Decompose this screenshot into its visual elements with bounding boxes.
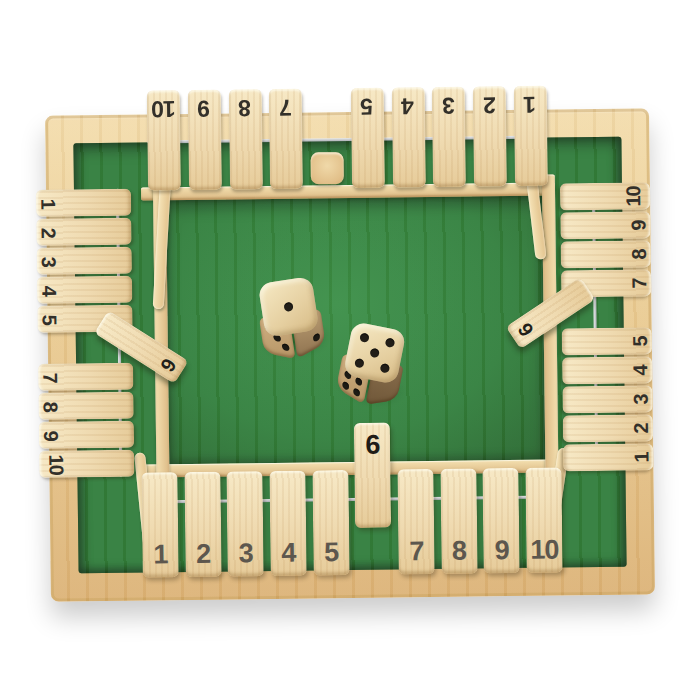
- product-photo-scene: 1098754321 12345678910 10987654321 12345…: [0, 0, 700, 700]
- tile-number: 9: [628, 220, 648, 230]
- tile-number: 8: [452, 538, 466, 565]
- die-1-top-face: [258, 276, 320, 338]
- tile-number: 4: [630, 365, 650, 375]
- shut-the-box-board: 1098754321 12345678910 10987654321 12345…: [45, 108, 655, 601]
- tile-south-9-open[interactable]: 9: [483, 468, 520, 573]
- tile-number: 1: [631, 452, 651, 462]
- tile-east-8-open[interactable]: 8: [561, 240, 651, 268]
- tile-number: 8: [629, 249, 649, 259]
- tile-number: 2: [484, 93, 496, 116]
- tile-west-4-open[interactable]: 4: [37, 276, 132, 304]
- tile-north-9-open[interactable]: 9: [188, 90, 222, 190]
- die-pip: [380, 363, 391, 374]
- tile-north-7-open[interactable]: 7: [269, 89, 303, 189]
- die-pip: [283, 302, 293, 312]
- tile-south-5-open[interactable]: 5: [312, 470, 349, 575]
- tile-south-7-open[interactable]: 7: [397, 469, 434, 574]
- tile-number: 5: [630, 336, 650, 346]
- tile-number: 6: [514, 320, 536, 340]
- tile-north-2-open[interactable]: 2: [473, 86, 507, 186]
- tile-row-east: 10987654321: [560, 182, 658, 471]
- die-2[interactable]: [333, 320, 411, 411]
- tile-number: 2: [631, 423, 651, 433]
- die-pip: [354, 358, 365, 369]
- tile-row-south: 12345678910: [141, 467, 562, 578]
- tile-north-3-open[interactable]: 3: [432, 87, 466, 187]
- die-pip: [282, 344, 290, 352]
- tile-west-1-open[interactable]: 1: [36, 189, 131, 217]
- tile-east-2-open[interactable]: 2: [563, 414, 653, 442]
- tile-south-2-open[interactable]: 2: [184, 472, 221, 577]
- tile-number: 7: [629, 278, 649, 288]
- die-pip: [353, 387, 361, 398]
- tile-number: 7: [40, 372, 60, 382]
- tile-number: 3: [239, 540, 253, 567]
- tile-number: 6: [158, 355, 180, 374]
- tile-number: 6: [365, 432, 379, 459]
- tile-number: 8: [239, 96, 251, 119]
- tile-north-1-open[interactable]: 1: [514, 86, 548, 186]
- tile-number: 4: [39, 285, 59, 295]
- die-pip: [313, 332, 321, 342]
- tile-north-4-open[interactable]: 4: [391, 87, 425, 187]
- tile-south-10-open[interactable]: 10: [525, 467, 562, 572]
- tile-north-10-open[interactable]: 10: [147, 90, 181, 190]
- die-1[interactable]: [253, 275, 328, 364]
- tile-south-1-open[interactable]: 1: [141, 472, 178, 577]
- tile-east-5-open[interactable]: 5: [562, 327, 652, 355]
- tile-number: 7: [280, 96, 292, 119]
- tile-number: 1: [38, 198, 58, 208]
- tile-number: 3: [39, 256, 59, 266]
- tile-west-2-open[interactable]: 2: [36, 218, 131, 246]
- tile-south-8-open[interactable]: 8: [440, 468, 477, 573]
- tile-number: 3: [630, 394, 650, 404]
- tile-east-3-open[interactable]: 3: [562, 385, 652, 413]
- tile-west-9-open[interactable]: 9: [39, 421, 134, 449]
- tile-number: 10: [152, 97, 176, 120]
- tile-number: 10: [623, 186, 643, 206]
- tile-north-6-shut[interactable]: [311, 152, 344, 184]
- die-pip: [342, 380, 350, 391]
- tile-number: 2: [38, 227, 58, 237]
- tile-number: 9: [41, 430, 61, 440]
- tile-east-1-open[interactable]: 1: [563, 443, 653, 471]
- tile-east-10-open[interactable]: 10: [560, 182, 650, 210]
- tile-number: 5: [361, 95, 373, 118]
- tile-number: 5: [324, 539, 338, 566]
- tile-west-3-open[interactable]: 3: [37, 247, 132, 275]
- die-pip: [359, 332, 370, 343]
- tile-south-3-open[interactable]: 3: [227, 471, 264, 576]
- tile-number: 7: [409, 538, 423, 565]
- die-2-top-face: [343, 321, 407, 385]
- tile-number: 10: [46, 454, 66, 474]
- tile-north-8-open[interactable]: 8: [228, 89, 262, 189]
- tile-row-west: 12345678910: [36, 189, 140, 478]
- tile-number: 1: [524, 93, 536, 116]
- tile-number: 9: [494, 537, 508, 564]
- tile-row-north: 1098754321: [147, 86, 548, 193]
- die-pip: [369, 348, 380, 359]
- tile-east-9-open[interactable]: 9: [560, 211, 650, 239]
- tile-number: 2: [196, 541, 210, 568]
- tile-number: 5: [40, 314, 60, 324]
- tile-north-5-open[interactable]: 5: [351, 88, 385, 188]
- tile-number: 9: [198, 97, 210, 120]
- tile-number: 4: [402, 94, 414, 117]
- tile-number: 4: [281, 540, 295, 567]
- tile-number: 10: [530, 536, 558, 563]
- tile-number: 8: [41, 401, 61, 411]
- die-pip: [385, 338, 396, 349]
- tile-west-10-open[interactable]: 10: [39, 450, 134, 478]
- tile-south-4-open[interactable]: 4: [269, 471, 306, 576]
- tile-east-4-open[interactable]: 4: [562, 356, 652, 384]
- tile-number: 3: [443, 94, 455, 117]
- tile-west-8-open[interactable]: 8: [38, 392, 133, 420]
- tile-south-6-shut[interactable]: 6: [354, 423, 391, 528]
- tile-west-7-open[interactable]: 7: [38, 363, 133, 391]
- tile-number: 1: [153, 541, 167, 568]
